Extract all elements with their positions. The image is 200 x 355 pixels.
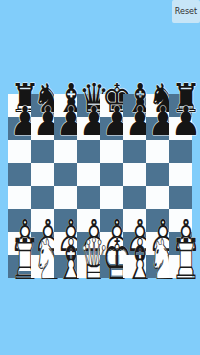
square-a1[interactable]: ♜♖ <box>8 255 31 278</box>
app-screen: Reset ♜♞♝♛♚♝♞♜♟♟♟♟♟♟♟♟♟♙♟♙♟♙♟♙♟♙♟♙♟♙♟♙♜♖… <box>0 0 200 355</box>
square-e5[interactable] <box>100 163 123 186</box>
square-e8[interactable]: ♚ <box>100 94 123 117</box>
square-f1[interactable]: ♝♗ <box>123 255 146 278</box>
square-f5[interactable] <box>123 163 146 186</box>
square-b1[interactable]: ♞♘ <box>31 255 54 278</box>
square-b8[interactable]: ♞ <box>31 94 54 117</box>
square-b3[interactable] <box>31 209 54 232</box>
square-c3[interactable] <box>54 209 77 232</box>
square-e4[interactable] <box>100 186 123 209</box>
square-h4[interactable] <box>169 186 192 209</box>
square-h6[interactable] <box>169 140 192 163</box>
square-h1[interactable]: ♜♖ <box>169 255 192 278</box>
square-b6[interactable] <box>31 140 54 163</box>
square-f3[interactable] <box>123 209 146 232</box>
square-g4[interactable] <box>146 186 169 209</box>
square-a2[interactable]: ♟♙ <box>8 232 31 255</box>
square-d4[interactable] <box>77 186 100 209</box>
black-knight-icon: ♞ <box>33 78 53 118</box>
square-h5[interactable] <box>169 163 192 186</box>
square-c6[interactable] <box>54 140 77 163</box>
square-d8[interactable]: ♛ <box>77 94 100 117</box>
square-b4[interactable] <box>31 186 54 209</box>
black-queen-icon: ♛ <box>79 78 99 118</box>
square-h8[interactable]: ♜ <box>169 94 192 117</box>
black-rook-icon: ♜ <box>171 78 191 118</box>
chess-board: ♜♞♝♛♚♝♞♜♟♟♟♟♟♟♟♟♟♙♟♙♟♙♟♙♟♙♟♙♟♙♟♙♜♖♞♘♝♗♛♕… <box>8 94 192 278</box>
square-e2[interactable]: ♟♙ <box>100 232 123 255</box>
square-g7[interactable]: ♟ <box>146 117 169 140</box>
square-d6[interactable] <box>77 140 100 163</box>
square-f6[interactable] <box>123 140 146 163</box>
square-f4[interactable] <box>123 186 146 209</box>
square-d1[interactable]: ♛♕ <box>77 255 100 278</box>
black-king-icon: ♚ <box>102 78 122 118</box>
square-e7[interactable]: ♟ <box>100 117 123 140</box>
square-b7[interactable]: ♟ <box>31 117 54 140</box>
square-a7[interactable]: ♟ <box>8 117 31 140</box>
square-b2[interactable]: ♟♙ <box>31 232 54 255</box>
square-c1[interactable]: ♝♗ <box>54 255 77 278</box>
square-g3[interactable] <box>146 209 169 232</box>
square-a5[interactable] <box>8 163 31 186</box>
square-e1[interactable]: ♚♔ <box>100 255 123 278</box>
square-c8[interactable]: ♝ <box>54 94 77 117</box>
square-a4[interactable] <box>8 186 31 209</box>
square-c2[interactable]: ♟♙ <box>54 232 77 255</box>
square-d7[interactable]: ♟ <box>77 117 100 140</box>
square-d5[interactable] <box>77 163 100 186</box>
square-c4[interactable] <box>54 186 77 209</box>
square-g1[interactable]: ♞♘ <box>146 255 169 278</box>
square-a6[interactable] <box>8 140 31 163</box>
black-bishop-icon: ♝ <box>56 78 76 118</box>
square-g5[interactable] <box>146 163 169 186</box>
square-d3[interactable] <box>77 209 100 232</box>
square-b5[interactable] <box>31 163 54 186</box>
square-h7[interactable]: ♟ <box>169 117 192 140</box>
square-g8[interactable]: ♞ <box>146 94 169 117</box>
square-e3[interactable] <box>100 209 123 232</box>
square-a8[interactable]: ♜ <box>8 94 31 117</box>
square-e6[interactable] <box>100 140 123 163</box>
square-g2[interactable]: ♟♙ <box>146 232 169 255</box>
square-c5[interactable] <box>54 163 77 186</box>
square-h3[interactable] <box>169 209 192 232</box>
black-bishop-icon: ♝ <box>125 78 145 118</box>
square-d2[interactable]: ♟♙ <box>77 232 100 255</box>
square-g6[interactable] <box>146 140 169 163</box>
square-h2[interactable]: ♟♙ <box>169 232 192 255</box>
square-c7[interactable]: ♟ <box>54 117 77 140</box>
square-a3[interactable] <box>8 209 31 232</box>
square-f7[interactable]: ♟ <box>123 117 146 140</box>
black-rook-icon: ♜ <box>10 78 30 118</box>
reset-button[interactable]: Reset <box>172 0 200 23</box>
black-knight-icon: ♞ <box>148 78 168 118</box>
square-f8[interactable]: ♝ <box>123 94 146 117</box>
square-f2[interactable]: ♟♙ <box>123 232 146 255</box>
